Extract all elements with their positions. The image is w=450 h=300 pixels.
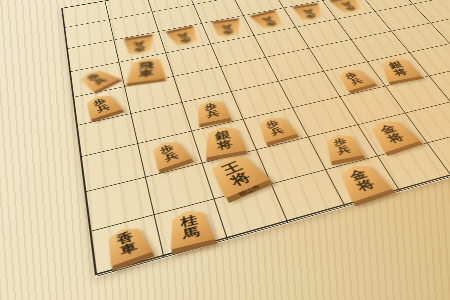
shogi-piece-pawn-gote[interactable]: 歩兵 bbox=[167, 28, 202, 49]
shogi-piece-pawn-sente[interactable]: 歩兵 bbox=[333, 66, 375, 91]
shogi-piece-pawn-sente[interactable]: 歩兵 bbox=[81, 92, 123, 120]
shogi-piece-pawn-sente[interactable]: 歩兵 bbox=[253, 114, 297, 143]
shogi-piece-rook-sente[interactable]: 飛車 bbox=[126, 56, 166, 84]
piece-face-kanji: 歩兵 bbox=[81, 92, 123, 120]
shogi-piece-pawn-gote[interactable]: 歩兵 bbox=[124, 36, 155, 56]
board-grid: 歩兵歩兵歩兵歩兵歩兵歩兵歩兵飛車歩兵歩兵歩兵銀将歩兵銀将歩兵桂山作王将歩兵金将香… bbox=[61, 0, 450, 275]
piece-face-kanji: 歩兵 bbox=[147, 137, 193, 170]
piece-face-kanji: 香車 bbox=[101, 222, 153, 267]
shogi-piece-pawn-gote[interactable]: 歩兵 bbox=[331, 0, 366, 15]
shogi-board: 歩兵歩兵歩兵歩兵歩兵歩兵歩兵飛車歩兵歩兵歩兵銀将歩兵銀将歩兵桂山作王将歩兵金将香… bbox=[61, 0, 450, 275]
shogi-piece-silver-sente[interactable]: 銀将 bbox=[375, 56, 421, 82]
shogi-piece-pawn-gote[interactable]: 歩兵 bbox=[293, 5, 326, 23]
shogi-piece-knight-sente[interactable]: 桂馬 bbox=[165, 206, 215, 249]
piece-face-kanji: 歩兵 bbox=[331, 0, 366, 15]
shogi-piece-lance-sente[interactable]: 香車 bbox=[101, 222, 153, 267]
shogi-piece-pawn-sente[interactable]: 歩兵 bbox=[321, 132, 364, 162]
shogi-piece-pawn-sente[interactable]: 歩兵 bbox=[147, 137, 193, 170]
shogi-piece-pawn-gote[interactable]: 歩兵 bbox=[251, 12, 287, 31]
shogi-piece-pawn-sente[interactable]: 歩兵 bbox=[193, 98, 231, 125]
shogi-piece-gold-sente[interactable]: 金将 bbox=[333, 160, 393, 202]
shogi-piece-pawn-gote[interactable]: 歩兵 bbox=[212, 20, 243, 39]
shogi-photo-scene: 歩兵歩兵歩兵歩兵歩兵歩兵歩兵飛車歩兵歩兵歩兵銀将歩兵銀将歩兵桂山作王将歩兵金将香… bbox=[0, 0, 450, 300]
